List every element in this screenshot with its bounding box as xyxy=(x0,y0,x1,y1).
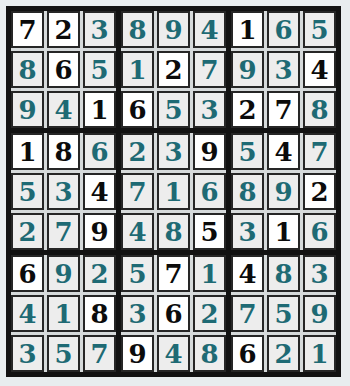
box-2: 894127653 xyxy=(121,11,226,128)
cell-r3c6[interactable]: 3 xyxy=(193,91,226,128)
cell-r3c8[interactable]: 7 xyxy=(267,91,300,128)
cell-r8c1[interactable]: 4 xyxy=(11,295,44,332)
cell-r8c2[interactable]: 1 xyxy=(47,295,80,332)
cell-r2c2[interactable]: 6 xyxy=(47,51,80,88)
cell-r4c3[interactable]: 6 xyxy=(83,133,116,170)
cell-r2c9[interactable]: 4 xyxy=(303,51,336,88)
cell-r4c9[interactable]: 7 xyxy=(303,133,336,170)
cell-r9c3[interactable]: 7 xyxy=(83,335,116,372)
box-7: 692418357 xyxy=(11,255,116,372)
cell-r2c1[interactable]: 8 xyxy=(11,51,44,88)
cell-r5c7[interactable]: 8 xyxy=(231,173,264,210)
cell-r6c2[interactable]: 7 xyxy=(47,213,80,250)
cell-r3c5[interactable]: 5 xyxy=(157,91,190,128)
cell-r6c4[interactable]: 4 xyxy=(121,213,154,250)
cell-r7c8[interactable]: 8 xyxy=(267,255,300,292)
box-1: 723865941 xyxy=(11,11,116,128)
cell-r5c2[interactable]: 3 xyxy=(47,173,80,210)
cell-r2c7[interactable]: 9 xyxy=(231,51,264,88)
cell-r6c3[interactable]: 9 xyxy=(83,213,116,250)
cell-r7c9[interactable]: 3 xyxy=(303,255,336,292)
cell-r1c3[interactable]: 3 xyxy=(83,11,116,48)
cell-r8c4[interactable]: 3 xyxy=(121,295,154,332)
cell-r3c7[interactable]: 2 xyxy=(231,91,264,128)
cell-r8c6[interactable]: 2 xyxy=(193,295,226,332)
box-8: 571362948 xyxy=(121,255,226,372)
cell-r9c9[interactable]: 1 xyxy=(303,335,336,372)
cell-r7c5[interactable]: 7 xyxy=(157,255,190,292)
cell-r2c4[interactable]: 1 xyxy=(121,51,154,88)
cell-r3c1[interactable]: 9 xyxy=(11,91,44,128)
cell-r9c2[interactable]: 5 xyxy=(47,335,80,372)
cell-r3c3[interactable]: 1 xyxy=(83,91,116,128)
cell-r4c1[interactable]: 1 xyxy=(11,133,44,170)
cell-r9c8[interactable]: 2 xyxy=(267,335,300,372)
cell-r4c4[interactable]: 2 xyxy=(121,133,154,170)
cell-r2c6[interactable]: 7 xyxy=(193,51,226,88)
cell-r6c8[interactable]: 1 xyxy=(267,213,300,250)
cell-r2c8[interactable]: 3 xyxy=(267,51,300,88)
sudoku-board: 723865941 894127653 165934278 186534279 … xyxy=(6,6,341,377)
cell-r8c5[interactable]: 6 xyxy=(157,295,190,332)
cell-r7c7[interactable]: 4 xyxy=(231,255,264,292)
cell-r1c1[interactable]: 7 xyxy=(11,11,44,48)
cell-r7c4[interactable]: 5 xyxy=(121,255,154,292)
cell-r1c9[interactable]: 5 xyxy=(303,11,336,48)
cell-r4c2[interactable]: 8 xyxy=(47,133,80,170)
cell-r7c6[interactable]: 1 xyxy=(193,255,226,292)
cell-r5c1[interactable]: 5 xyxy=(11,173,44,210)
box-4: 186534279 xyxy=(11,133,116,250)
cell-r9c5[interactable]: 4 xyxy=(157,335,190,372)
cell-r4c7[interactable]: 5 xyxy=(231,133,264,170)
cell-r6c6[interactable]: 5 xyxy=(193,213,226,250)
cell-r1c8[interactable]: 6 xyxy=(267,11,300,48)
cell-r8c7[interactable]: 7 xyxy=(231,295,264,332)
cell-r1c2[interactable]: 2 xyxy=(47,11,80,48)
cell-r4c6[interactable]: 9 xyxy=(193,133,226,170)
cell-r1c6[interactable]: 4 xyxy=(193,11,226,48)
cell-r7c2[interactable]: 9 xyxy=(47,255,80,292)
cell-r3c4[interactable]: 6 xyxy=(121,91,154,128)
cell-r9c7[interactable]: 6 xyxy=(231,335,264,372)
cell-r5c6[interactable]: 6 xyxy=(193,173,226,210)
cell-r5c8[interactable]: 9 xyxy=(267,173,300,210)
cell-r9c6[interactable]: 8 xyxy=(193,335,226,372)
box-6: 547892316 xyxy=(231,133,336,250)
cell-r8c8[interactable]: 5 xyxy=(267,295,300,332)
cell-r8c3[interactable]: 8 xyxy=(83,295,116,332)
cell-r9c1[interactable]: 3 xyxy=(11,335,44,372)
cell-r6c7[interactable]: 3 xyxy=(231,213,264,250)
box-3: 165934278 xyxy=(231,11,336,128)
cell-r5c5[interactable]: 1 xyxy=(157,173,190,210)
cell-r8c9[interactable]: 9 xyxy=(303,295,336,332)
cell-r3c9[interactable]: 8 xyxy=(303,91,336,128)
cell-r1c5[interactable]: 9 xyxy=(157,11,190,48)
cell-r9c4[interactable]: 9 xyxy=(121,335,154,372)
cell-r4c8[interactable]: 4 xyxy=(267,133,300,170)
box-9: 483759621 xyxy=(231,255,336,372)
cell-r5c4[interactable]: 7 xyxy=(121,173,154,210)
page-frame: 723865941 894127653 165934278 186534279 … xyxy=(0,0,350,377)
cell-r1c7[interactable]: 1 xyxy=(231,11,264,48)
cell-r7c3[interactable]: 2 xyxy=(83,255,116,292)
cell-r4c5[interactable]: 3 xyxy=(157,133,190,170)
cell-r3c2[interactable]: 4 xyxy=(47,91,80,128)
cell-r2c5[interactable]: 2 xyxy=(157,51,190,88)
cell-r2c3[interactable]: 5 xyxy=(83,51,116,88)
cell-r6c5[interactable]: 8 xyxy=(157,213,190,250)
cell-r7c1[interactable]: 6 xyxy=(11,255,44,292)
cell-r6c9[interactable]: 6 xyxy=(303,213,336,250)
cell-r5c9[interactable]: 2 xyxy=(303,173,336,210)
cell-r1c4[interactable]: 8 xyxy=(121,11,154,48)
box-5: 239716485 xyxy=(121,133,226,250)
cell-r5c3[interactable]: 4 xyxy=(83,173,116,210)
cell-r6c1[interactable]: 2 xyxy=(11,213,44,250)
